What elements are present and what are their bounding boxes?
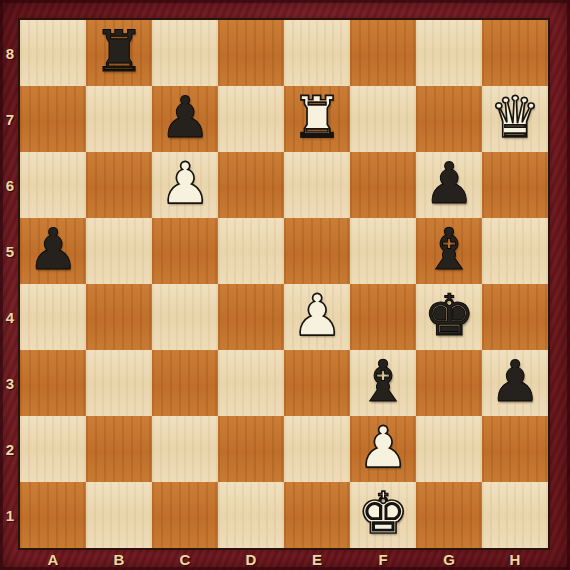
square-b1[interactable]	[86, 482, 152, 548]
file-label-f: F	[350, 548, 416, 570]
square-d5[interactable]	[218, 218, 284, 284]
square-g6[interactable]: ♟	[416, 152, 482, 218]
square-e1[interactable]	[284, 482, 350, 548]
black-pawn-g6[interactable]: ♟	[423, 150, 474, 216]
file-labels: ABCDEFGH	[20, 548, 548, 570]
square-h2[interactable]	[482, 416, 548, 482]
square-b2[interactable]	[86, 416, 152, 482]
square-d1[interactable]	[218, 482, 284, 548]
square-e8[interactable]	[284, 20, 350, 86]
white-pawn-f2[interactable]: ♟	[357, 414, 408, 480]
square-d3[interactable]	[218, 350, 284, 416]
square-f5[interactable]	[350, 218, 416, 284]
square-d4[interactable]	[218, 284, 284, 350]
square-h5[interactable]	[482, 218, 548, 284]
square-h6[interactable]	[482, 152, 548, 218]
white-pawn-c6[interactable]: ♟	[159, 150, 210, 216]
file-label-g: G	[416, 548, 482, 570]
square-c4[interactable]	[152, 284, 218, 350]
rank-label-6: 6	[0, 152, 20, 218]
square-e4[interactable]: ♟	[284, 284, 350, 350]
square-h4[interactable]	[482, 284, 548, 350]
rank-label-8: 8	[0, 20, 20, 86]
square-h1[interactable]	[482, 482, 548, 548]
square-f3[interactable]: ♝	[350, 350, 416, 416]
square-f2[interactable]: ♟	[350, 416, 416, 482]
square-f6[interactable]	[350, 152, 416, 218]
square-c5[interactable]	[152, 218, 218, 284]
square-c2[interactable]	[152, 416, 218, 482]
rank-label-4: 4	[0, 284, 20, 350]
square-b4[interactable]	[86, 284, 152, 350]
black-pawn-c7[interactable]: ♟	[159, 84, 210, 150]
square-g5[interactable]: ♝	[416, 218, 482, 284]
black-bishop-f3[interactable]: ♝	[357, 348, 408, 414]
board-frame: ♜♟♜♛♟♟♟♝♟♚♝♟♟♚ 87654321 ABCDEFGH	[0, 0, 570, 570]
square-b6[interactable]	[86, 152, 152, 218]
black-rook-b8[interactable]: ♜	[93, 18, 144, 84]
square-g2[interactable]	[416, 416, 482, 482]
square-c8[interactable]	[152, 20, 218, 86]
square-a5[interactable]: ♟	[20, 218, 86, 284]
square-a4[interactable]	[20, 284, 86, 350]
square-g3[interactable]	[416, 350, 482, 416]
black-bishop-g5[interactable]: ♝	[423, 216, 474, 282]
square-c7[interactable]: ♟	[152, 86, 218, 152]
square-f1[interactable]: ♚	[350, 482, 416, 548]
rank-label-5: 5	[0, 218, 20, 284]
black-pawn-h3[interactable]: ♟	[489, 348, 540, 414]
square-a6[interactable]	[20, 152, 86, 218]
square-h7[interactable]: ♛	[482, 86, 548, 152]
square-a1[interactable]	[20, 482, 86, 548]
black-king-g4[interactable]: ♚	[423, 282, 474, 348]
square-b7[interactable]	[86, 86, 152, 152]
square-a2[interactable]	[20, 416, 86, 482]
square-b8[interactable]: ♜	[86, 20, 152, 86]
square-d8[interactable]	[218, 20, 284, 86]
square-b5[interactable]	[86, 218, 152, 284]
square-c3[interactable]	[152, 350, 218, 416]
square-e3[interactable]	[284, 350, 350, 416]
square-g4[interactable]: ♚	[416, 284, 482, 350]
square-g8[interactable]	[416, 20, 482, 86]
square-b3[interactable]	[86, 350, 152, 416]
square-f7[interactable]	[350, 86, 416, 152]
file-label-d: D	[218, 548, 284, 570]
square-h3[interactable]: ♟	[482, 350, 548, 416]
rank-labels: 87654321	[0, 20, 20, 548]
square-f4[interactable]	[350, 284, 416, 350]
white-pawn-e4[interactable]: ♟	[291, 282, 342, 348]
rank-label-7: 7	[0, 86, 20, 152]
square-g7[interactable]	[416, 86, 482, 152]
square-h8[interactable]	[482, 20, 548, 86]
square-e2[interactable]	[284, 416, 350, 482]
white-rook-e7[interactable]: ♜	[291, 84, 342, 150]
file-label-h: H	[482, 548, 548, 570]
square-e5[interactable]	[284, 218, 350, 284]
rank-label-1: 1	[0, 482, 20, 548]
square-c1[interactable]	[152, 482, 218, 548]
file-label-a: A	[20, 548, 86, 570]
square-a3[interactable]	[20, 350, 86, 416]
white-queen-h7[interactable]: ♛	[489, 84, 540, 150]
square-f8[interactable]	[350, 20, 416, 86]
rank-label-3: 3	[0, 350, 20, 416]
file-label-c: C	[152, 548, 218, 570]
square-e6[interactable]	[284, 152, 350, 218]
white-king-f1[interactable]: ♚	[357, 480, 408, 546]
square-e7[interactable]: ♜	[284, 86, 350, 152]
chess-board: ♜♟♜♛♟♟♟♝♟♚♝♟♟♚	[20, 20, 548, 548]
file-label-b: B	[86, 548, 152, 570]
file-label-e: E	[284, 548, 350, 570]
black-pawn-a5[interactable]: ♟	[27, 216, 78, 282]
square-d7[interactable]	[218, 86, 284, 152]
square-c6[interactable]: ♟	[152, 152, 218, 218]
rank-label-2: 2	[0, 416, 20, 482]
square-a7[interactable]	[20, 86, 86, 152]
square-a8[interactable]	[20, 20, 86, 86]
square-d2[interactable]	[218, 416, 284, 482]
square-d6[interactable]	[218, 152, 284, 218]
square-g1[interactable]	[416, 482, 482, 548]
